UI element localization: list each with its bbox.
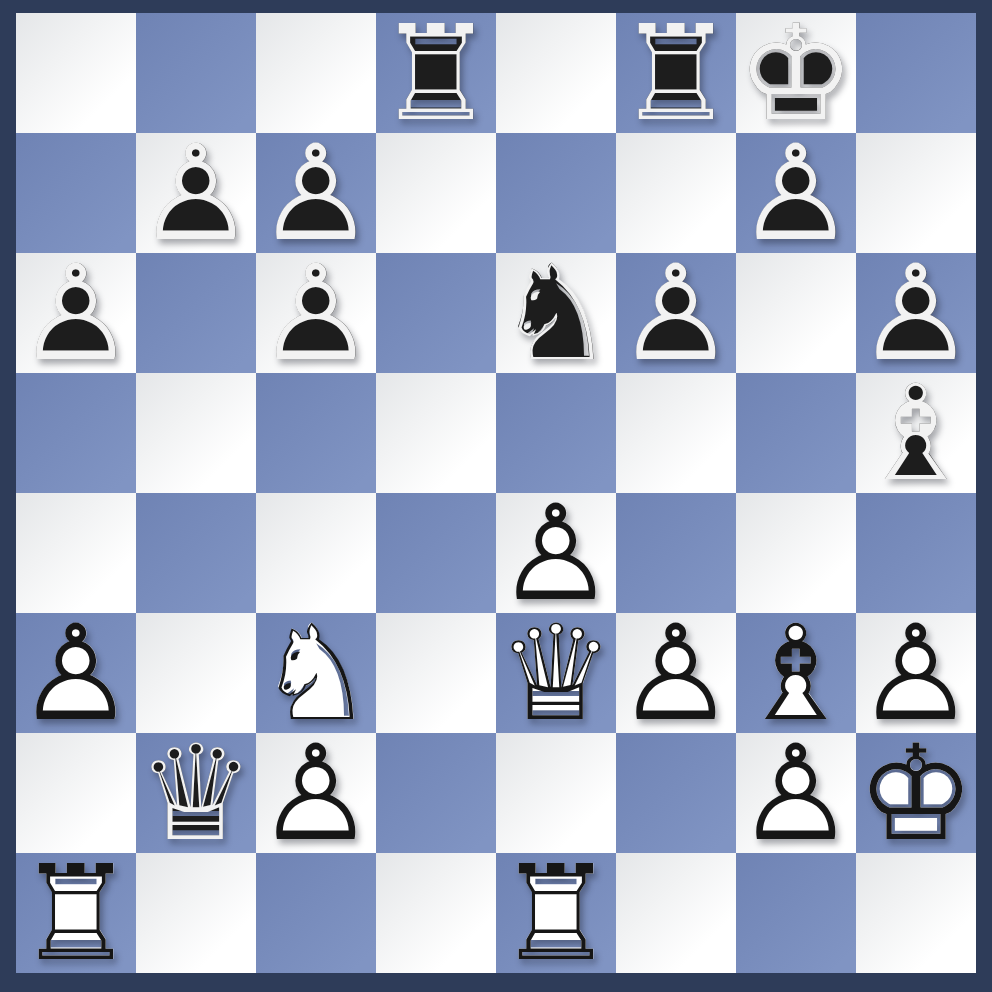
square-e2[interactable] (496, 733, 616, 853)
square-e7[interactable] (496, 133, 616, 253)
black-pawn[interactable]: ♟♙ (16, 253, 136, 373)
white-knight[interactable]: ♞♘ (256, 613, 376, 733)
square-g2[interactable]: ♟♙ (736, 733, 856, 853)
square-d3[interactable] (376, 613, 496, 733)
square-h1[interactable] (856, 853, 976, 973)
square-d7[interactable] (376, 133, 496, 253)
square-b3[interactable] (136, 613, 256, 733)
white-king[interactable]: ♚♔ (856, 733, 976, 853)
square-c8[interactable] (256, 13, 376, 133)
square-b5[interactable] (136, 373, 256, 493)
square-a6[interactable]: ♟♙ (16, 253, 136, 373)
black-rook[interactable]: ♜♖ (376, 13, 496, 133)
white-pawn-outline-glyph: ♙ (16, 613, 136, 733)
square-a3[interactable]: ♟♙ (16, 613, 136, 733)
square-b8[interactable] (136, 13, 256, 133)
white-pawn-outline-glyph: ♙ (856, 613, 976, 733)
white-pawn-outline-glyph: ♙ (256, 733, 376, 853)
square-a2[interactable] (16, 733, 136, 853)
white-king-outline-glyph: ♔ (856, 733, 976, 853)
square-f6[interactable]: ♟♙ (616, 253, 736, 373)
white-rook[interactable]: ♜♖ (16, 853, 136, 973)
black-knight[interactable]: ♞♘ (496, 253, 616, 373)
square-e8[interactable] (496, 13, 616, 133)
board-frame: ♜♖♜♖♚♔♟♙♟♙♟♙♟♙♟♙♞♘♟♙♟♙♝♗♟♙♟♙♞♘♛♕♟♙♝♗♟♙♛♕… (0, 0, 992, 992)
square-g7[interactable]: ♟♙ (736, 133, 856, 253)
white-pawn[interactable]: ♟♙ (16, 613, 136, 733)
square-f3[interactable]: ♟♙ (616, 613, 736, 733)
black-pawn[interactable]: ♟♙ (136, 133, 256, 253)
square-h4[interactable] (856, 493, 976, 613)
square-h3[interactable]: ♟♙ (856, 613, 976, 733)
square-c3[interactable]: ♞♘ (256, 613, 376, 733)
square-d4[interactable] (376, 493, 496, 613)
square-b2[interactable]: ♛♕ (136, 733, 256, 853)
black-pawn-outline-glyph: ♙ (736, 133, 856, 253)
square-c1[interactable] (256, 853, 376, 973)
white-knight-outline-glyph: ♘ (256, 613, 376, 733)
square-f7[interactable] (616, 133, 736, 253)
square-d8[interactable]: ♜♖ (376, 13, 496, 133)
square-e6[interactable]: ♞♘ (496, 253, 616, 373)
black-knight-outline-glyph: ♘ (496, 253, 616, 373)
square-h8[interactable] (856, 13, 976, 133)
black-bishop[interactable]: ♝♗ (856, 373, 976, 493)
white-rook[interactable]: ♜♖ (496, 853, 616, 973)
square-f5[interactable] (616, 373, 736, 493)
white-pawn[interactable]: ♟♙ (256, 733, 376, 853)
black-rook-outline-glyph: ♖ (616, 13, 736, 133)
square-g3[interactable]: ♝♗ (736, 613, 856, 733)
black-pawn-outline-glyph: ♙ (616, 253, 736, 373)
black-pawn[interactable]: ♟♙ (736, 133, 856, 253)
black-pawn[interactable]: ♟♙ (256, 253, 376, 373)
square-g8[interactable]: ♚♔ (736, 13, 856, 133)
square-f1[interactable] (616, 853, 736, 973)
square-g1[interactable] (736, 853, 856, 973)
white-bishop-outline-glyph: ♗ (736, 613, 856, 733)
black-pawn-outline-glyph: ♙ (16, 253, 136, 373)
square-h5[interactable]: ♝♗ (856, 373, 976, 493)
black-rook-outline-glyph: ♖ (376, 13, 496, 133)
square-b1[interactable] (136, 853, 256, 973)
white-queen[interactable]: ♛♕ (496, 613, 616, 733)
white-pawn[interactable]: ♟♙ (496, 493, 616, 613)
square-c6[interactable]: ♟♙ (256, 253, 376, 373)
white-queen-outline-glyph: ♕ (496, 613, 616, 733)
square-f8[interactable]: ♜♖ (616, 13, 736, 133)
square-e4[interactable]: ♟♙ (496, 493, 616, 613)
square-h2[interactable]: ♚♔ (856, 733, 976, 853)
square-a7[interactable] (16, 133, 136, 253)
black-king[interactable]: ♚♔ (736, 13, 856, 133)
square-c2[interactable]: ♟♙ (256, 733, 376, 853)
square-d2[interactable] (376, 733, 496, 853)
chess-board: ♜♖♜♖♚♔♟♙♟♙♟♙♟♙♟♙♞♘♟♙♟♙♝♗♟♙♟♙♞♘♛♕♟♙♝♗♟♙♛♕… (16, 13, 976, 973)
white-rook-outline-glyph: ♖ (16, 853, 136, 973)
square-h7[interactable] (856, 133, 976, 253)
square-a8[interactable] (16, 13, 136, 133)
black-pawn[interactable]: ♟♙ (856, 253, 976, 373)
square-d5[interactable] (376, 373, 496, 493)
square-d1[interactable] (376, 853, 496, 973)
black-pawn-outline-glyph: ♙ (256, 253, 376, 373)
square-a1[interactable]: ♜♖ (16, 853, 136, 973)
square-e3[interactable]: ♛♕ (496, 613, 616, 733)
white-bishop[interactable]: ♝♗ (736, 613, 856, 733)
square-f4[interactable] (616, 493, 736, 613)
black-pawn-outline-glyph: ♙ (256, 133, 376, 253)
white-pawn[interactable]: ♟♙ (736, 733, 856, 853)
black-queen[interactable]: ♛♕ (136, 733, 256, 853)
square-c5[interactable] (256, 373, 376, 493)
black-pawn-outline-glyph: ♙ (856, 253, 976, 373)
white-pawn-outline-glyph: ♙ (616, 613, 736, 733)
square-b7[interactable]: ♟♙ (136, 133, 256, 253)
white-pawn[interactable]: ♟♙ (616, 613, 736, 733)
black-pawn[interactable]: ♟♙ (616, 253, 736, 373)
black-pawn-outline-glyph: ♙ (136, 133, 256, 253)
black-king-outline-glyph: ♔ (736, 13, 856, 133)
white-pawn[interactable]: ♟♙ (856, 613, 976, 733)
square-e1[interactable]: ♜♖ (496, 853, 616, 973)
white-rook-outline-glyph: ♖ (496, 853, 616, 973)
square-g4[interactable] (736, 493, 856, 613)
white-pawn-outline-glyph: ♙ (736, 733, 856, 853)
square-g5[interactable] (736, 373, 856, 493)
black-bishop-outline-glyph: ♗ (856, 373, 976, 493)
black-queen-outline-glyph: ♕ (136, 733, 256, 853)
square-c7[interactable]: ♟♙ (256, 133, 376, 253)
square-b6[interactable] (136, 253, 256, 373)
square-a5[interactable] (16, 373, 136, 493)
square-d6[interactable] (376, 253, 496, 373)
black-rook[interactable]: ♜♖ (616, 13, 736, 133)
square-g6[interactable] (736, 253, 856, 373)
square-c4[interactable] (256, 493, 376, 613)
square-h6[interactable]: ♟♙ (856, 253, 976, 373)
black-pawn[interactable]: ♟♙ (256, 133, 376, 253)
white-pawn-outline-glyph: ♙ (496, 493, 616, 613)
square-f2[interactable] (616, 733, 736, 853)
square-b4[interactable] (136, 493, 256, 613)
square-a4[interactable] (16, 493, 136, 613)
square-e5[interactable] (496, 373, 616, 493)
